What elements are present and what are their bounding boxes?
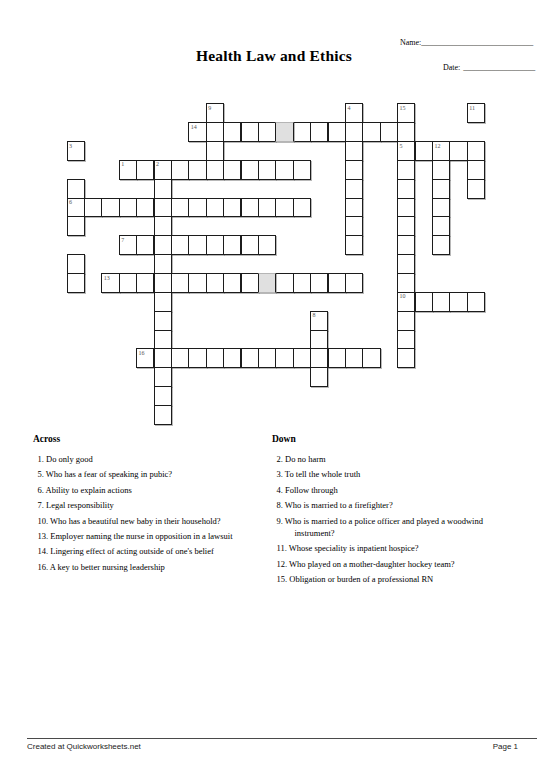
cell-r15c5	[154, 386, 172, 406]
cell-r1c8	[206, 122, 224, 142]
clue-number-9: 9	[208, 105, 211, 111]
cell-r5c16	[345, 198, 363, 218]
down-clue-4: 4. Follow through	[277, 484, 513, 496]
cell-r13c15	[328, 348, 346, 368]
cell-r7c5	[154, 235, 172, 255]
cell-r5c4	[136, 198, 154, 218]
cell-r12c19	[397, 330, 415, 350]
cell-r10c20	[415, 292, 433, 312]
cell-r4c5	[154, 179, 172, 199]
cell-r9c2: 13	[101, 273, 119, 293]
cell-r9c10	[241, 273, 259, 293]
cell-r6c21	[432, 216, 450, 236]
cell-r2c8	[206, 141, 224, 161]
clue-number-14: 14	[191, 124, 197, 130]
cell-r3c9	[223, 160, 241, 180]
clue-number-16: 16	[139, 350, 145, 356]
cell-r4c21	[432, 179, 450, 199]
cell-r5c5	[154, 198, 172, 218]
down-clue-8: 8. Who is married to a firefighter?	[277, 499, 513, 511]
cell-r13c6	[171, 348, 189, 368]
cell-r2c20	[415, 141, 433, 161]
cell-r9c13	[293, 273, 311, 293]
cell-r7c6	[171, 235, 189, 255]
clue-number-10: 10	[400, 293, 406, 299]
cell-r9c8	[206, 273, 224, 293]
cell-r0c19: 15	[397, 103, 415, 123]
cell-r9c7	[188, 273, 206, 293]
cell-r5c13	[293, 198, 311, 218]
cell-r10c23	[467, 292, 485, 312]
cell-r7c4	[136, 235, 154, 255]
cell-r3c12	[275, 160, 293, 180]
cell-r5c21	[432, 198, 450, 218]
cell-r13c11	[258, 348, 276, 368]
cell-r13c8	[206, 348, 224, 368]
cell-r8c0	[67, 254, 85, 274]
cell-r6c5	[154, 216, 172, 236]
cell-r12c14	[310, 330, 328, 350]
cell-r14c5	[154, 367, 172, 387]
down-header: Down	[272, 433, 512, 445]
cell-r1c15	[328, 122, 346, 142]
cell-r3c5: 2	[154, 160, 172, 180]
cell-r8c19	[397, 254, 415, 274]
clue-number-15: 15	[400, 105, 406, 111]
cell-r5c6	[171, 198, 189, 218]
cell-r5c2	[101, 198, 119, 218]
cell-r2c21: 12	[432, 141, 450, 161]
cell-r2c16	[345, 141, 363, 161]
clue-number-11: 11	[469, 105, 475, 111]
cell-r3c10	[241, 160, 259, 180]
cell-r13c17	[362, 348, 380, 368]
cell-r13c16	[345, 348, 363, 368]
cell-r2c0: 3	[67, 141, 85, 161]
cell-r3c11	[258, 160, 276, 180]
cell-r5c10	[241, 198, 259, 218]
cell-r2c23	[467, 141, 485, 161]
cell-r11c19	[397, 311, 415, 331]
across-clues-list: 1. Do only good5. Who has a fear of spea…	[33, 453, 289, 573]
cell-r4c19	[397, 179, 415, 199]
cell-r5c7	[188, 198, 206, 218]
date-label: Date:	[443, 63, 460, 72]
cell-r5c3	[119, 198, 137, 218]
cell-r11c5	[154, 311, 172, 331]
clue-number-6: 6	[69, 199, 72, 205]
cell-r9c3	[119, 273, 137, 293]
across-clue-13: 13. Employer naming the nurse in opposit…	[38, 530, 290, 542]
across-clue-1: 1. Do only good	[38, 453, 290, 465]
cell-r13c7	[188, 348, 206, 368]
cell-r1c10	[241, 122, 259, 142]
cell-r3c3: 1	[119, 160, 137, 180]
cell-r7c10	[241, 235, 259, 255]
cell-r4c16	[345, 179, 363, 199]
cell-r3c6	[171, 160, 189, 180]
name-blank-line: ____________________________	[421, 38, 533, 47]
cell-r0c8: 9	[206, 103, 224, 123]
cell-r7c21	[432, 235, 450, 255]
cell-r1c7: 14	[188, 122, 206, 142]
cell-r7c16	[345, 235, 363, 255]
cell-r6c0	[67, 216, 85, 236]
shaded-cell-r9c11	[258, 273, 276, 293]
cell-r7c11	[258, 235, 276, 255]
name-label: Name:	[400, 38, 421, 47]
cell-r6c16	[345, 216, 363, 236]
cell-r3c7	[188, 160, 206, 180]
cell-r1c11	[258, 122, 276, 142]
name-field: Name:____________________________	[400, 38, 533, 47]
across-clue-5: 5. Who has a fear of speaking in pubic?	[38, 468, 290, 480]
down-clue-9: 9. Who is married to a police officer an…	[277, 515, 513, 540]
cell-r2c19: 5	[397, 141, 415, 161]
cell-r4c0	[67, 179, 85, 199]
cell-r13c5	[154, 348, 172, 368]
cell-r0c23: 11	[467, 103, 485, 123]
cell-r1c14	[310, 122, 328, 142]
clue-number-4: 4	[347, 105, 350, 111]
cell-r5c1	[84, 198, 102, 218]
cell-r10c5	[154, 292, 172, 312]
cell-r1c13	[293, 122, 311, 142]
cell-r4c23	[467, 179, 485, 199]
down-clue-15: 15. Obligation or burden of a profession…	[277, 573, 513, 585]
cell-r5c11	[258, 198, 276, 218]
cell-r3c19	[397, 160, 415, 180]
across-clue-14: 14. Lingering effect of acting outside o…	[38, 545, 290, 557]
across-clue-16: 16. A key to better nursing leadership	[38, 561, 290, 573]
down-clues-list: 2. Do no harm3. To tell the whole truth4…	[272, 453, 512, 586]
down-clues-section: Down 2. Do no harm3. To tell the whole t…	[272, 433, 512, 589]
cell-r13c13	[293, 348, 311, 368]
clue-number-2: 2	[156, 161, 159, 167]
cell-r9c6	[171, 273, 189, 293]
cell-r5c12	[275, 198, 293, 218]
down-clue-2: 2. Do no harm	[277, 453, 513, 465]
clue-number-12: 12	[434, 143, 440, 149]
down-clue-11: 11. Whose speciality is inpatient hospic…	[277, 542, 513, 554]
cell-r14c14	[310, 367, 328, 387]
cell-r5c9	[223, 198, 241, 218]
cell-r9c15	[328, 273, 346, 293]
crossword-grid: 94151114351212671310816	[67, 103, 487, 425]
cell-r10c22	[449, 292, 467, 312]
cell-r8c5	[154, 254, 172, 274]
across-clue-6: 6. Ability to explain actions	[38, 484, 290, 496]
cell-r9c19	[397, 273, 415, 293]
date-blank-line: __________________	[463, 63, 535, 72]
cell-r13c14	[310, 348, 328, 368]
cell-r9c16	[345, 273, 363, 293]
cell-r1c18	[380, 122, 398, 142]
cell-r1c17	[362, 122, 380, 142]
cell-r11c14: 8	[310, 311, 328, 331]
cell-r1c9	[223, 122, 241, 142]
down-clue-12: 12. Who played on a mother-daughter hock…	[277, 558, 513, 570]
cell-r5c8	[206, 198, 224, 218]
cell-r1c16	[345, 122, 363, 142]
cell-r7c19	[397, 235, 415, 255]
across-clue-7: 7. Legal responsibility	[38, 499, 290, 511]
cell-r7c9	[223, 235, 241, 255]
cell-r9c14	[310, 273, 328, 293]
across-header: Across	[33, 433, 289, 445]
cell-r13c10	[241, 348, 259, 368]
cell-r3c23	[467, 160, 485, 180]
cell-r9c12	[275, 273, 293, 293]
cell-r3c16	[345, 160, 363, 180]
date-field: Date:__________________	[443, 63, 535, 72]
clue-number-3: 3	[69, 143, 72, 149]
cell-r16c5	[154, 405, 172, 425]
worksheet-page: { "page": { "title": "Health Law and Eth…	[0, 0, 548, 776]
cell-r13c4: 16	[136, 348, 154, 368]
cell-r1c19	[397, 122, 415, 142]
cell-r12c5	[154, 330, 172, 350]
footer-credit: Created at Quickworksheets.net	[27, 742, 141, 751]
cell-r7c8	[206, 235, 224, 255]
cell-r13c9	[223, 348, 241, 368]
cell-r9c4	[136, 273, 154, 293]
cell-r7c3: 7	[119, 235, 137, 255]
clue-number-5: 5	[400, 143, 403, 149]
clue-number-7: 7	[121, 237, 124, 243]
cell-r3c8	[206, 160, 224, 180]
cell-r7c7	[188, 235, 206, 255]
cell-r3c13	[293, 160, 311, 180]
cell-r13c12	[275, 348, 293, 368]
cell-r3c21	[432, 160, 450, 180]
across-clues-section: Across 1. Do only good5. Who has a fear …	[33, 433, 289, 576]
footer-page-number: Page 1	[493, 742, 518, 751]
cell-r5c0: 6	[67, 198, 85, 218]
clue-number-1: 1	[121, 161, 124, 167]
cell-r10c19: 10	[397, 292, 415, 312]
footer-divider	[27, 738, 537, 739]
cell-r3c4	[136, 160, 154, 180]
cell-r9c5	[154, 273, 172, 293]
cell-r5c19	[397, 198, 415, 218]
clue-number-13: 13	[104, 275, 110, 281]
across-clue-10: 10. Who has a beautiful new baby in thei…	[38, 515, 290, 527]
cell-r10c21	[432, 292, 450, 312]
shaded-cell-r1c12	[275, 122, 293, 142]
down-clue-3: 3. To tell the whole truth	[277, 468, 513, 480]
cell-r9c0	[67, 273, 85, 293]
cell-r6c19	[397, 216, 415, 236]
cell-r2c22	[449, 141, 467, 161]
cell-r9c9	[223, 273, 241, 293]
cell-r13c19	[397, 348, 415, 368]
cell-r0c16: 4	[345, 103, 363, 123]
clue-number-8: 8	[313, 312, 316, 318]
